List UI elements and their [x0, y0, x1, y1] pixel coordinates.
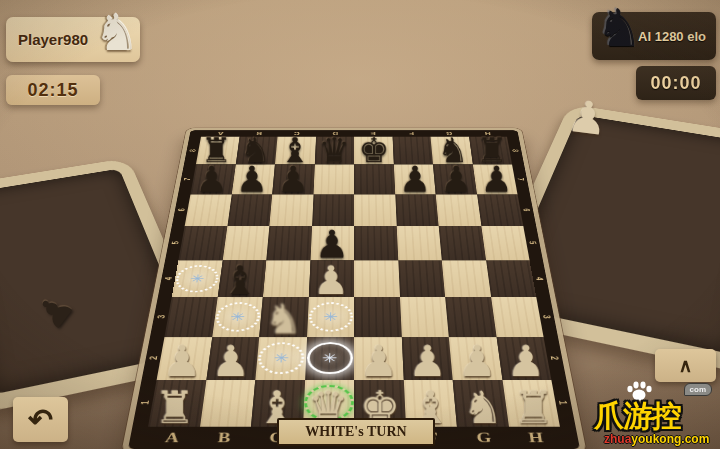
white-rook[interactable]: ♜ — [154, 387, 194, 428]
black-pawn[interactable]: ♟ — [481, 163, 513, 196]
black-timer: 00:00 — [636, 66, 716, 100]
square-d3[interactable]: ✳ — [307, 297, 354, 337]
rank-label-right-2: 2 — [549, 356, 561, 360]
square-a5[interactable] — [178, 226, 227, 260]
square-c7[interactable]: ♟ — [272, 165, 314, 195]
white-pawn[interactable]: ♟ — [162, 342, 201, 382]
legal-move-indicator-d3[interactable]: ✳ — [308, 302, 353, 332]
square-h4[interactable] — [486, 260, 537, 297]
move-star-icon: ✳ — [230, 310, 246, 324]
black-pawn[interactable]: ♟ — [399, 163, 431, 196]
square-h2[interactable]: ♟ — [496, 337, 551, 380]
undo-icon: ↶ — [28, 405, 53, 435]
square-g5[interactable] — [439, 226, 486, 260]
black-queen[interactable]: ♛ — [319, 134, 350, 166]
legal-move-indicator-b3[interactable]: ✳ — [214, 302, 262, 332]
black-player-plaque: ♞ AI 1280 elo — [592, 12, 716, 60]
white-pawn[interactable]: ♟ — [408, 342, 447, 382]
watermark-bubble: com — [684, 383, 712, 396]
square-c6[interactable] — [269, 194, 313, 226]
legal-move-indicator-c2[interactable]: ✳ — [257, 342, 305, 374]
square-d8[interactable]: ♛ — [314, 137, 354, 165]
paw-icon — [626, 381, 652, 401]
move-star-icon: ✳ — [323, 310, 338, 324]
square-f5[interactable] — [396, 226, 441, 260]
white-rook[interactable]: ♜ — [513, 387, 553, 428]
rank-label-left-1: 1 — [139, 401, 151, 405]
file-label-h: H — [508, 427, 564, 449]
white-knight-icon: ♞ — [94, 8, 139, 58]
white-knight[interactable]: ♞ — [462, 387, 502, 428]
undo-button[interactable]: ↶ — [13, 397, 68, 442]
black-pawn[interactable]: ♟ — [236, 163, 268, 196]
square-g3[interactable] — [445, 297, 496, 337]
rank-label-right-6: 6 — [522, 208, 532, 211]
square-e7[interactable] — [354, 165, 395, 195]
black-knight-icon: ♞ — [596, 2, 643, 54]
rank-label-left-6: 6 — [176, 208, 186, 211]
square-d2[interactable]: ✳ — [305, 337, 354, 380]
chess-board[interactable]: ABCDEFGH ABCDEFGH 87654321 87654321 ♜♞♝♛… — [128, 130, 580, 449]
square-f7[interactable]: ♟ — [394, 165, 436, 195]
white-pawn[interactable]: ♟ — [313, 262, 349, 299]
white-pawn[interactable]: ♟ — [212, 342, 251, 382]
white-player-plaque: Player980 ♞ — [6, 17, 140, 62]
rank-label-left-8: 8 — [188, 149, 197, 152]
square-h6[interactable] — [477, 194, 524, 226]
turn-banner: WHITE's TURN — [277, 418, 435, 446]
file-label-g: G — [457, 427, 512, 449]
square-b6[interactable] — [227, 194, 272, 226]
square-f3[interactable] — [400, 297, 449, 337]
square-b3[interactable]: ✳ — [212, 297, 263, 337]
watermark-logo: 爪游控 — [594, 401, 681, 431]
square-b1[interactable] — [200, 380, 256, 427]
captured-white-pawn-icon: ♟ — [565, 94, 610, 142]
square-a6[interactable] — [185, 194, 232, 226]
file-label-b: B — [197, 427, 252, 449]
rank-label-left-2: 2 — [147, 356, 159, 360]
rank-label-right-8: 8 — [511, 149, 520, 152]
black-pawn[interactable]: ♟ — [277, 163, 309, 196]
square-a1[interactable]: ♜ — [148, 380, 206, 427]
square-e4[interactable] — [354, 260, 400, 297]
square-a4[interactable]: ✳ — [172, 260, 223, 297]
square-h1[interactable]: ♜ — [502, 380, 560, 427]
square-a3[interactable] — [164, 297, 217, 337]
rank-label-left-5: 5 — [170, 241, 180, 244]
file-label-a: A — [144, 427, 200, 449]
white-knight[interactable]: ♞ — [265, 300, 302, 338]
square-e8[interactable]: ♚ — [354, 137, 394, 165]
game-screen: ♟ ♟ ABCDEFGH ABCDEFGH 87654321 87654321 … — [0, 0, 720, 449]
square-d4[interactable]: ♟ — [308, 260, 354, 297]
square-g7[interactable]: ♟ — [433, 165, 477, 195]
square-a2[interactable]: ♟ — [157, 337, 212, 380]
white-pawn[interactable]: ♟ — [458, 342, 497, 382]
square-c2[interactable]: ✳ — [255, 337, 306, 380]
square-c3[interactable]: ♞ — [259, 297, 308, 337]
watermark-url: zhuayoukong.com — [604, 432, 709, 446]
square-g2[interactable]: ♟ — [449, 337, 502, 380]
legal-move-indicator-a4[interactable]: ✳ — [174, 265, 221, 292]
square-h3[interactable] — [491, 297, 544, 337]
move-star-icon: ✳ — [273, 350, 289, 365]
panel-toggle-button[interactable]: ∧ — [655, 349, 716, 382]
square-e2[interactable]: ♟ — [354, 337, 403, 380]
square-g1[interactable]: ♞ — [453, 380, 509, 427]
square-b4[interactable]: ♝ — [217, 260, 266, 297]
square-e5[interactable] — [354, 226, 398, 260]
white-pawn[interactable]: ♟ — [507, 342, 546, 382]
black-king[interactable]: ♚ — [358, 134, 389, 166]
square-b5[interactable] — [222, 226, 269, 260]
rank-label-right-7: 7 — [516, 178, 526, 181]
move-star-icon: ✳ — [189, 272, 205, 285]
square-e6[interactable] — [354, 194, 396, 226]
rank-label-right-3: 3 — [541, 315, 552, 319]
white-timer: 02:15 — [6, 75, 100, 105]
square-b2[interactable]: ♟ — [206, 337, 259, 380]
chevron-up-icon: ∧ — [679, 354, 693, 377]
white-player-name: Player980 — [18, 31, 88, 48]
square-f6[interactable] — [395, 194, 439, 226]
square-h5[interactable] — [481, 226, 530, 260]
black-bishop[interactable]: ♝ — [223, 262, 259, 299]
rank-label-left-7: 7 — [182, 178, 192, 181]
square-f2[interactable]: ♟ — [401, 337, 452, 380]
rank-label-left-4: 4 — [163, 277, 174, 280]
watermark: com 爪游控 zhuayoukong.com — [592, 385, 718, 447]
square-d7[interactable] — [313, 165, 354, 195]
rank-label-right-1: 1 — [557, 401, 569, 405]
square-f4[interactable] — [398, 260, 445, 297]
square-g6[interactable] — [436, 194, 481, 226]
square-c4[interactable] — [263, 260, 310, 297]
black-player-name: AI 1280 elo — [638, 29, 706, 44]
square-h7[interactable]: ♟ — [473, 165, 518, 195]
square-c5[interactable] — [266, 226, 311, 260]
square-d5[interactable]: ♟ — [310, 226, 354, 260]
square-g4[interactable] — [442, 260, 491, 297]
square-b7[interactable]: ♟ — [231, 165, 275, 195]
white-pawn[interactable]: ♟ — [359, 342, 398, 382]
rank-label-right-4: 4 — [534, 277, 545, 280]
black-pawn[interactable]: ♟ — [440, 163, 472, 196]
rank-label-left-3: 3 — [155, 315, 166, 319]
square-e3[interactable] — [354, 297, 401, 337]
legal-move-indicator-d2[interactable]: ✳ — [306, 342, 353, 374]
move-star-icon: ✳ — [322, 350, 338, 365]
square-a7[interactable]: ♟ — [190, 165, 235, 195]
black-pawn[interactable]: ♟ — [195, 163, 227, 196]
rank-label-right-5: 5 — [528, 241, 538, 244]
